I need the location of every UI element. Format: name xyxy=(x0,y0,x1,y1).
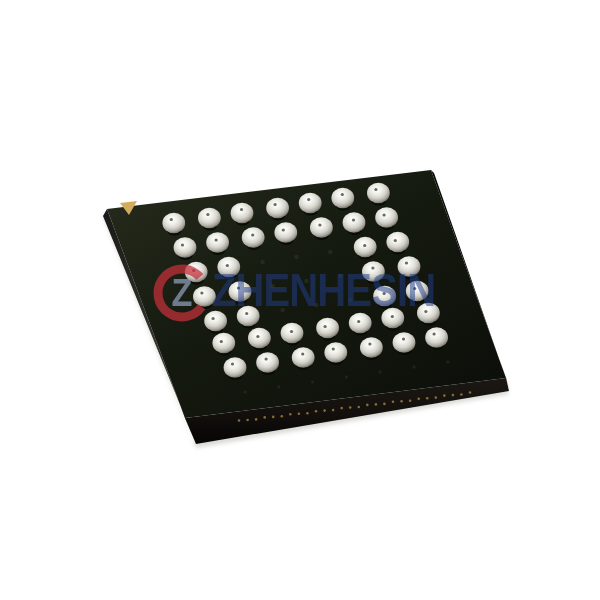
edge-contact-dot xyxy=(409,400,412,403)
edge-contact-dot xyxy=(246,419,249,422)
edge-contact-dot xyxy=(255,418,258,421)
empty-pad-dot xyxy=(314,303,319,308)
edge-contact-dot xyxy=(469,391,472,394)
edge-contact-dot xyxy=(306,412,309,415)
edge-contact-dot xyxy=(272,416,275,419)
edge-contact-dot xyxy=(323,409,326,412)
edge-contact-dot xyxy=(358,406,361,409)
empty-pad-dot xyxy=(338,274,343,279)
edge-contact-dot xyxy=(332,409,335,412)
empty-pad-dot xyxy=(270,284,275,289)
empty-pad-dot xyxy=(294,255,299,260)
empty-pad-dot xyxy=(260,260,265,265)
edge-contact-dot xyxy=(400,400,403,403)
empty-pad-dot xyxy=(328,250,333,255)
edge-contact-dot xyxy=(238,419,241,422)
edge-contact-dot xyxy=(460,393,463,396)
edge-contact-dot xyxy=(340,407,343,410)
margin-pad-dot xyxy=(345,375,349,379)
margin-pad-dot xyxy=(446,360,450,364)
edge-contact-dot xyxy=(392,401,395,404)
empty-pad-dot xyxy=(280,308,285,313)
chip-photo: Z ZHENHESIN xyxy=(0,0,600,600)
edge-contact-dot xyxy=(383,403,386,406)
edge-contact-dot xyxy=(375,403,378,406)
edge-contact-dot xyxy=(263,416,266,419)
edge-contact-dot xyxy=(443,394,446,397)
edge-contact-dot xyxy=(289,413,292,416)
edge-contact-dot xyxy=(435,396,438,399)
edge-contact-dot xyxy=(452,394,455,397)
margin-pad-dot xyxy=(412,365,416,369)
empty-pad-dot xyxy=(304,279,309,284)
edge-contact-dot xyxy=(281,415,284,418)
margin-pad-dot xyxy=(378,370,382,374)
margin-pad-dot xyxy=(243,390,247,394)
edge-contact-dot xyxy=(298,412,301,415)
empty-pad-dot xyxy=(348,298,353,303)
edge-contact-dot xyxy=(315,410,318,413)
bga-chip xyxy=(0,0,600,600)
edge-contact-dot xyxy=(426,397,429,400)
edge-contact-dot xyxy=(366,404,369,407)
margin-pad-dot xyxy=(311,380,315,384)
margin-pad-dot xyxy=(277,385,281,389)
edge-contact-dot xyxy=(349,406,352,409)
edge-contact-dot xyxy=(417,397,420,400)
